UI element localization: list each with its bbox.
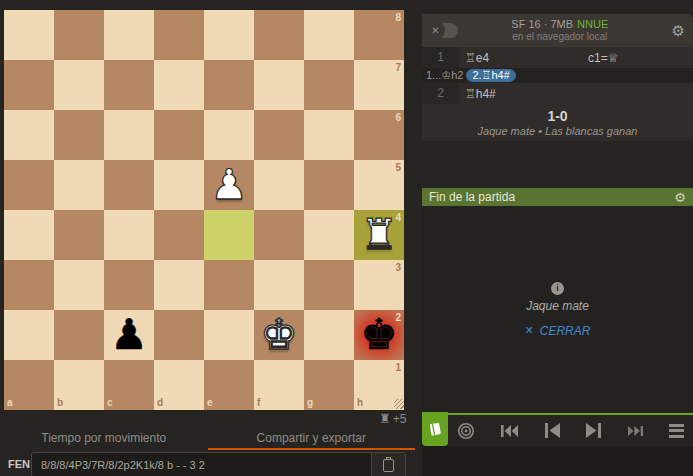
square-h4[interactable]: 4♜ [354, 210, 404, 260]
rank-label-7: 7 [395, 63, 401, 73]
tab-tiempo-por-movimiento[interactable]: Tiempo por movimiento [0, 429, 208, 450]
square-e7[interactable] [204, 60, 254, 110]
square-f8[interactable] [254, 10, 304, 60]
file-label-f: f [257, 398, 260, 408]
fen-bar: FEN 8/8/8/4P3/7R/8/2p2K1k/8 b - - 3 2 [0, 451, 415, 476]
engine-header: ✕ SF 16 · 7MBNNUE en el navegador local … [422, 14, 693, 47]
engine-nnue-badge: NNUE [577, 18, 608, 30]
square-h2[interactable]: 2♚ [354, 310, 404, 360]
result-text: Jaque mate • Las blancas ganan [422, 125, 693, 137]
book-icon [428, 422, 442, 436]
move-number: 1 [422, 47, 459, 68]
file-label-g: g [307, 398, 313, 408]
engine-toggle[interactable]: ✕ [428, 23, 458, 38]
square-a3[interactable] [4, 260, 54, 310]
square-b2[interactable] [54, 310, 104, 360]
square-a7[interactable] [4, 60, 54, 110]
square-a8[interactable] [4, 10, 54, 60]
panel-footer [422, 446, 693, 476]
board-resize-handle[interactable] [394, 399, 404, 409]
engine-location: en el navegador local [458, 31, 662, 43]
close-button[interactable]: ✕ CERRAR [525, 324, 591, 338]
material-advantage-value: +5 [393, 412, 407, 426]
square-f1[interactable]: f [254, 360, 304, 410]
chess-board[interactable]: 876♟54♜3♟♚2♚abcdefg1h [4, 10, 404, 410]
square-c4[interactable] [104, 210, 154, 260]
bottom-tabs: Tiempo por movimiento Compartir y export… [0, 429, 415, 450]
end-panel-gear-icon[interactable]: ⚙ [674, 191, 686, 204]
square-b6[interactable] [54, 110, 104, 160]
close-x-icon: ✕ [525, 324, 534, 337]
square-g1[interactable]: g [304, 360, 354, 410]
next-move-icon[interactable] [586, 423, 601, 438]
square-g5[interactable] [304, 160, 354, 210]
fen-input-box[interactable]: 8/8/8/4P3/7R/8/2p2K1k/8 b - - 3 2 [31, 452, 406, 476]
square-c3[interactable] [104, 260, 154, 310]
end-of-game-header: Fin de la partida ⚙ [422, 188, 693, 206]
move-row-1: 1 ♖e4 c1=♕ [422, 47, 693, 68]
square-a1[interactable]: a [4, 360, 54, 410]
square-e5[interactable]: ♟ [204, 160, 254, 210]
rank-label-6: 6 [395, 113, 401, 123]
engine-settings-gear-icon[interactable]: ⚙ [672, 23, 685, 38]
file-label-b: b [57, 398, 63, 408]
game-result: 1-0 Jaque mate • Las blancas ganan [422, 104, 693, 141]
close-label: CERRAR [540, 324, 591, 338]
navigation-bar [422, 413, 693, 446]
last-move-icon[interactable] [628, 426, 643, 436]
move-white-2[interactable]: ♖h4# [459, 87, 582, 101]
practice-circles-button[interactable] [457, 422, 475, 440]
rank-label-5: 5 [395, 163, 401, 173]
square-f4[interactable] [254, 210, 304, 260]
black-king[interactable]: ♚ [354, 310, 404, 360]
fen-copy-button[interactable] [371, 453, 405, 476]
square-b5[interactable] [54, 160, 104, 210]
rank-label-1: 1 [395, 363, 401, 373]
clipboard-icon [383, 459, 394, 472]
first-move-icon[interactable] [501, 425, 518, 437]
square-a2[interactable] [4, 310, 54, 360]
rank-label-8: 8 [395, 13, 401, 23]
square-g3[interactable] [304, 260, 354, 310]
square-e4[interactable] [204, 210, 254, 260]
square-e1[interactable]: e [204, 360, 254, 410]
square-e8[interactable] [204, 10, 254, 60]
square-g7[interactable] [304, 60, 354, 110]
square-e2[interactable] [204, 310, 254, 360]
move-number: 2 [422, 83, 459, 104]
file-label-e: e [207, 398, 213, 408]
square-f3[interactable] [254, 260, 304, 310]
square-e6[interactable] [204, 110, 254, 160]
square-b3[interactable] [54, 260, 104, 310]
end-of-game-title: Fin de la partida [422, 190, 674, 204]
square-d4[interactable] [154, 210, 204, 260]
square-f2[interactable]: ♚ [254, 310, 304, 360]
square-d8[interactable] [154, 10, 204, 60]
toggle-off-x-icon: ✕ [426, 21, 445, 40]
material-advantage: ♜ +5 [379, 411, 406, 426]
file-label-a: a [7, 398, 13, 408]
square-g4[interactable] [304, 210, 354, 260]
square-c8[interactable] [104, 10, 154, 60]
square-c2[interactable]: ♟ [104, 310, 154, 360]
square-d7[interactable] [154, 60, 204, 110]
variation-moves[interactable]: 1...♔h2 [426, 69, 463, 82]
square-b7[interactable] [54, 60, 104, 110]
square-a5[interactable] [4, 160, 54, 210]
fen-input[interactable]: 8/8/8/4P3/7R/8/2p2K1k/8 b - - 3 2 [32, 453, 371, 476]
square-f5[interactable] [254, 160, 304, 210]
square-h3[interactable]: 3 [354, 260, 404, 310]
captured-rook-icon: ♜ [379, 411, 391, 426]
square-b4[interactable] [54, 210, 104, 260]
square-c6[interactable] [104, 110, 154, 160]
menu-hamburger-icon[interactable] [669, 424, 684, 438]
tab-compartir-y-exportar[interactable]: Compartir y exportar [208, 429, 416, 450]
file-label-c: c [107, 398, 113, 408]
square-h7[interactable]: 7 [354, 60, 404, 110]
square-a4[interactable] [4, 210, 54, 260]
file-label-h: h [357, 398, 363, 408]
fen-label: FEN [8, 458, 30, 470]
square-a6[interactable] [4, 110, 54, 160]
engine-info: SF 16 · 7MBNNUE en el navegador local [458, 18, 662, 43]
square-d5[interactable] [154, 160, 204, 210]
square-c7[interactable] [104, 60, 154, 110]
analysis-panel: ✕ SF 16 · 7MBNNUE en el navegador local … [422, 0, 693, 476]
move-white-1[interactable]: ♖e4 [459, 51, 582, 65]
checkmate-status: Jaque mate [526, 299, 589, 313]
white-rook[interactable]: ♜ [354, 210, 404, 260]
square-h6[interactable]: 6 [354, 110, 404, 160]
square-h8[interactable]: 8 [354, 10, 404, 60]
square-f6[interactable] [254, 110, 304, 160]
square-d6[interactable] [154, 110, 204, 160]
concentric-circles-icon [457, 422, 475, 440]
result-score: 1-0 [422, 104, 693, 124]
move-list: 1 ♖e4 c1=♕ 1...♔h2 2.♖h4# 2 ♖h4# [422, 47, 693, 104]
move-row-2: 2 ♖h4# [422, 83, 693, 104]
info-icon: i [551, 282, 564, 295]
square-g2[interactable] [304, 310, 354, 360]
square-d1[interactable]: d [154, 360, 204, 410]
end-of-game-body: i Jaque mate ✕ CERRAR [422, 206, 693, 413]
square-f7[interactable] [254, 60, 304, 110]
square-e3[interactable] [204, 260, 254, 310]
square-d2[interactable] [154, 310, 204, 360]
square-b1[interactable]: b [54, 360, 104, 410]
square-c5[interactable] [104, 160, 154, 210]
current-move-badge[interactable]: 2.♖h4# [466, 69, 515, 82]
rank-label-3: 3 [395, 263, 401, 273]
square-c1[interactable]: c [104, 360, 154, 410]
move-black-1[interactable]: c1=♕ [582, 51, 693, 65]
square-g6[interactable] [304, 110, 354, 160]
move-navigation [475, 423, 669, 438]
opening-book-button[interactable] [422, 412, 448, 446]
engine-version: SF 16 · 7MB [511, 18, 573, 30]
engine-name: SF 16 · 7MBNNUE [458, 18, 662, 31]
square-h5[interactable]: 5 [354, 160, 404, 210]
square-g8[interactable] [304, 10, 354, 60]
white-king[interactable]: ♚ [254, 310, 304, 360]
variation-line: 1...♔h2 2.♖h4# [422, 68, 693, 83]
square-d3[interactable] [154, 260, 204, 310]
black-pawn[interactable]: ♟ [104, 310, 154, 360]
square-b8[interactable] [54, 10, 104, 60]
white-pawn[interactable]: ♟ [204, 160, 254, 210]
file-label-d: d [157, 398, 163, 408]
previous-move-icon[interactable] [545, 423, 560, 438]
